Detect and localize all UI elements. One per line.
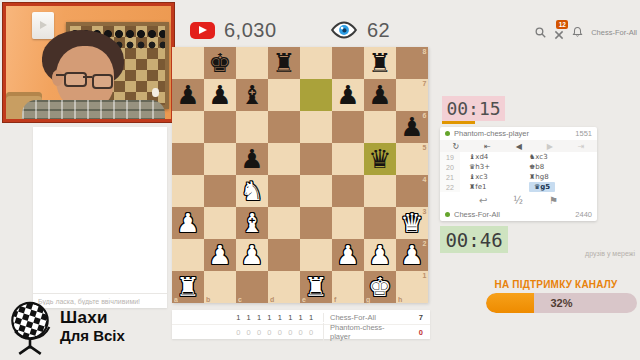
move-row: 22♜fe1♛g5 (440, 182, 597, 192)
square-f2[interactable]: ♟ (332, 239, 364, 271)
square-b3[interactable] (204, 207, 236, 239)
score-player-name: Phantom-chess-player (323, 323, 405, 341)
square-e3[interactable] (300, 207, 332, 239)
coord-rank-1: 1 (423, 272, 427, 279)
game-result: 1 (235, 313, 241, 322)
square-b4[interactable] (204, 175, 236, 207)
game-result: 1 (308, 313, 314, 322)
square-g5[interactable]: ♛ (364, 143, 396, 175)
glasses-left-lens (64, 72, 87, 87)
black-move[interactable]: ♜hg8 (529, 173, 549, 181)
channel-logo: Шахи Для Всіх (4, 298, 125, 356)
watchers-stat: 62 (330, 16, 390, 44)
top-player-rating: 1551 (575, 129, 592, 138)
move-number: 22 (440, 182, 460, 192)
square-h5[interactable]: 5 (396, 143, 428, 175)
piece-white-rook[interactable]: ♜ (304, 271, 327, 303)
piece-white-pawn[interactable]: ♟ (336, 239, 359, 271)
piece-white-pawn[interactable]: ♟ (400, 239, 423, 271)
square-b2[interactable]: ♟ (204, 239, 236, 271)
game-result: 0 (277, 328, 283, 337)
square-f3[interactable] (332, 207, 364, 239)
score-total: 7 (405, 313, 430, 322)
black-move[interactable]: ♛g5 (529, 182, 555, 192)
move-number: 19 (440, 152, 460, 162)
top-player-row: Phantom-chess-player 1551 (440, 127, 597, 140)
search-icon[interactable] (535, 27, 546, 38)
square-h6[interactable]: ♟6 (396, 111, 428, 143)
move-number: 20 (440, 162, 460, 172)
piece-black-queen[interactable]: ♛ (368, 143, 391, 175)
game-result: 1 (298, 313, 304, 322)
square-h4[interactable]: 4 (396, 175, 428, 207)
square-d2[interactable] (268, 239, 300, 271)
youtube-icon (190, 22, 215, 39)
white-move[interactable]: ♝xc3 (469, 173, 488, 181)
square-g3[interactable] (364, 207, 396, 239)
piece-black-king[interactable]: ♚ (208, 47, 231, 79)
game-actions: ↩½⚑ (440, 192, 597, 208)
square-b6[interactable] (204, 111, 236, 143)
piece-white-rook[interactable]: ♜ (176, 271, 199, 303)
youtube-plaque (32, 12, 54, 39)
game-result: 1 (246, 313, 252, 322)
square-c7[interactable]: ♝ (236, 79, 268, 111)
plaque-play-icon (40, 21, 47, 29)
game-result: 0 (287, 328, 293, 337)
match-score-sheet: 11111111Chess-For-All700000000Phantom-ch… (172, 310, 430, 339)
cycle-icon[interactable]: ↻ (452, 142, 459, 151)
coord-rank-8: 8 (423, 48, 427, 55)
white-move[interactable]: ♛h3+ (469, 163, 490, 171)
black-move[interactable]: ♚b8 (529, 163, 544, 171)
site-topbar: 12 Chess-For-All (535, 24, 637, 40)
webcam-video (3, 3, 174, 122)
game-result: 1 (277, 313, 283, 322)
topbar-username[interactable]: Chess-For-All (591, 28, 637, 37)
square-h3[interactable]: ♛3 (396, 207, 428, 239)
coord-rank-7: 7 (423, 80, 427, 87)
piece-white-pawn[interactable]: ♟ (176, 207, 199, 239)
piece-white-bishop[interactable]: ♝ (240, 207, 263, 239)
piece-white-knight[interactable]: ♞ (240, 175, 263, 207)
square-c5[interactable]: ♟ (236, 143, 268, 175)
square-c3[interactable]: ♝ (236, 207, 268, 239)
piece-black-pawn[interactable]: ♟ (240, 143, 263, 175)
square-d5[interactable] (268, 143, 300, 175)
square-g7[interactable]: ♟ (364, 79, 396, 111)
square-d7[interactable] (268, 79, 300, 111)
online-dot (445, 212, 450, 217)
piece-black-rook[interactable]: ♜ (272, 47, 295, 79)
square-b5[interactable] (204, 143, 236, 175)
piece-black-pawn[interactable]: ♟ (176, 79, 199, 111)
white-move[interactable]: ♝xd4 (469, 153, 488, 161)
play-triangle-icon (199, 26, 207, 34)
piece-white-pawn[interactable]: ♟ (368, 239, 391, 271)
piece-black-pawn[interactable]: ♟ (208, 79, 231, 111)
next-move-icon[interactable]: ▶ (547, 142, 553, 151)
prev-move-icon[interactable]: ◀ (516, 142, 522, 151)
square-c2[interactable]: ♟ (236, 239, 268, 271)
game-result: 0 (308, 328, 314, 337)
game-result: 0 (246, 328, 252, 337)
game-result: 0 (235, 328, 241, 337)
square-e1[interactable]: ♜e (300, 271, 332, 303)
white-move[interactable]: ♜fe1 (469, 183, 487, 191)
square-a8[interactable] (172, 47, 204, 79)
game-result: 0 (256, 328, 262, 337)
square-f5[interactable] (332, 143, 364, 175)
friends-online-label: друзів у мережі (585, 250, 635, 257)
square-f7[interactable]: ♟ (332, 79, 364, 111)
top-player-clock: 00:15 (442, 96, 505, 121)
move-row: 21♝xc3♜hg8 (440, 172, 597, 182)
glasses-temple (56, 74, 65, 76)
clock-time-bar (442, 121, 475, 124)
first-move-icon[interactable]: ⇤ (484, 142, 491, 151)
game-result: 1 (287, 313, 293, 322)
coord-file-d: d (270, 296, 274, 303)
watcher-count: 62 (367, 19, 390, 42)
square-a5[interactable] (172, 143, 204, 175)
logo-line2: Для Всіх (60, 328, 125, 345)
square-g6[interactable] (364, 111, 396, 143)
black-move[interactable]: ♞xc3 (529, 153, 548, 161)
piece-black-pawn[interactable]: ♟ (368, 79, 391, 111)
piece-black-rook[interactable]: ♜ (368, 47, 391, 79)
score-row: 11111111Chess-For-All7 (172, 310, 430, 324)
game-result: 0 (266, 328, 272, 337)
coord-file-c: c (238, 296, 242, 303)
square-c4[interactable]: ♞ (236, 175, 268, 207)
square-b8[interactable]: ♚ (204, 47, 236, 79)
square-e6[interactable] (300, 111, 332, 143)
move-number: 21 (440, 172, 460, 182)
square-b1[interactable]: b (204, 271, 236, 303)
square-d4[interactable] (268, 175, 300, 207)
square-h8[interactable]: 8 (396, 47, 428, 79)
crossed-swords-icon (554, 30, 564, 40)
square-e4[interactable] (300, 175, 332, 207)
square-b7[interactable]: ♟ (204, 79, 236, 111)
glasses-right-lens (92, 74, 113, 89)
score-player-name: Chess-For-All (323, 313, 405, 322)
square-d1[interactable]: d (268, 271, 300, 303)
square-a6[interactable] (172, 111, 204, 143)
square-d3[interactable] (268, 207, 300, 239)
coord-file-f: f (334, 296, 336, 303)
coord-rank-3: 3 (423, 208, 427, 215)
score-total: 0 (405, 328, 430, 337)
square-f6[interactable] (332, 111, 364, 143)
support-progress-percent: 32% (486, 293, 637, 313)
coord-file-e: e (302, 296, 306, 303)
score-row: 00000000Phantom-chess-player0 (172, 324, 430, 339)
chess-globe-icon (4, 298, 56, 356)
challenges-button[interactable]: 12 (554, 24, 564, 40)
move-rows: 19♝xd4♞xc320♛h3+♚b821♝xc3♜hg822♜fe1♛g5 (440, 152, 597, 192)
piece-white-pawn[interactable]: ♟ (208, 239, 231, 271)
score-rows: 11111111Chess-For-All700000000Phantom-ch… (172, 310, 430, 339)
square-g4[interactable] (364, 175, 396, 207)
bottom-player-name[interactable]: Chess-For-All (454, 210, 571, 219)
piece-white-pawn[interactable]: ♟ (240, 239, 263, 271)
piece-white-king[interactable]: ♚ (368, 271, 391, 303)
glasses-bridge (83, 76, 92, 78)
square-e7[interactable] (300, 79, 332, 111)
coord-rank-2: 2 (423, 240, 427, 247)
square-a1[interactable]: ♜a (172, 271, 204, 303)
bottom-player-rating: 2440 (575, 210, 592, 219)
youtube-view-count: 6,030 (224, 19, 277, 42)
last-move-icon[interactable]: ⇥ (578, 142, 585, 151)
streamer-plaid-shirt (22, 100, 165, 120)
square-g2[interactable]: ♟ (364, 239, 396, 271)
square-f4[interactable] (332, 175, 364, 207)
square-h2[interactable]: ♟2 (396, 239, 428, 271)
square-d8[interactable]: ♜ (268, 47, 300, 79)
square-a3[interactable]: ♟ (172, 207, 204, 239)
square-a7[interactable]: ♟ (172, 79, 204, 111)
chat-panel (33, 127, 167, 308)
square-e8[interactable] (300, 47, 332, 79)
square-a2[interactable] (172, 239, 204, 271)
square-f1[interactable]: f (332, 271, 364, 303)
support-progress-bar: 32% (486, 293, 637, 313)
square-c6[interactable] (236, 111, 268, 143)
square-c1[interactable]: c (236, 271, 268, 303)
bottom-player-row: Chess-For-All 2440 (440, 208, 597, 221)
square-h1[interactable]: h1 (396, 271, 428, 303)
coord-rank-5: 5 (423, 144, 427, 151)
move-list-panel: Phantom-chess-player 1551 ↻⇤◀▶⇥ 19♝xd4♞x… (440, 127, 597, 221)
square-e5[interactable] (300, 143, 332, 175)
square-f8[interactable] (332, 47, 364, 79)
piece-black-bishop[interactable]: ♝ (240, 79, 263, 111)
coord-file-g: g (366, 296, 370, 303)
online-dot (445, 131, 450, 136)
coord-rank-6: 6 (423, 112, 427, 119)
square-g1[interactable]: ♚g (364, 271, 396, 303)
piece-white-queen[interactable]: ♛ (400, 207, 423, 239)
logo-line1: Шахи (60, 309, 125, 328)
piece-black-pawn[interactable]: ♟ (336, 79, 359, 111)
challenge-count-badge: 12 (556, 20, 568, 29)
square-g8[interactable]: ♜ (364, 47, 396, 79)
game-result: 1 (266, 313, 272, 322)
lichess-stream-page: 6,030 62 12 Chess-For-All (0, 0, 640, 360)
coord-file-b: b (206, 296, 210, 303)
draw-offer-icon[interactable]: ½ (513, 195, 523, 206)
square-a4[interactable] (172, 175, 204, 207)
bottom-player-clock: 00:46 (440, 226, 508, 253)
resign-flag-icon[interactable]: ⚑ (549, 195, 558, 206)
move-row: 20♛h3+♚b8 (440, 162, 597, 172)
youtube-stat: 6,030 (190, 16, 277, 44)
square-d6[interactable] (268, 111, 300, 143)
square-e2[interactable] (300, 239, 332, 271)
support-banner-title: НА ПІДТРИМКУ КАНАЛУ (460, 279, 640, 290)
coord-file-h: h (398, 296, 402, 303)
top-player-name[interactable]: Phantom-chess-player (454, 129, 571, 138)
move-row: 19♝xd4♞xc3 (440, 152, 597, 162)
game-result: 0 (298, 328, 304, 337)
square-h7[interactable]: 7 (396, 79, 428, 111)
game-result: 1 (256, 313, 262, 322)
bell-icon[interactable] (572, 26, 583, 38)
chess-board[interactable]: ♚♜♜8♟♟♝♟♟7♟6♟♛5♞4♟♝♛3♟♟♟♟♟2♜abcd♜ef♚gh1 (172, 47, 428, 303)
streamer-ear (52, 70, 63, 86)
coord-file-a: a (174, 296, 178, 303)
square-c8[interactable] (236, 47, 268, 79)
move-toolbar: ↻⇤◀▶⇥ (440, 140, 597, 152)
piece-black-pawn[interactable]: ♟ (400, 111, 423, 143)
takeback-icon[interactable]: ↩ (479, 195, 487, 206)
coord-rank-4: 4 (423, 176, 427, 183)
eye-icon (330, 21, 358, 39)
